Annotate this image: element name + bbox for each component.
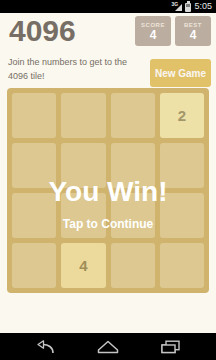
best-value: 4 <box>190 29 197 42</box>
screen: 3G 5:05 4096 SCORE 4 BEST 4 Join the num… <box>0 0 216 360</box>
signal-3g-icon: 3G <box>171 2 182 12</box>
instructions: Join the numbers to get to the4096 tile! <box>8 55 148 83</box>
back-button[interactable] <box>15 333 77 360</box>
android-nav-bar <box>0 333 216 360</box>
instructions-line2: 4096 tile! <box>8 71 45 81</box>
best-box: BEST 4 <box>175 16 211 46</box>
recents-button[interactable] <box>139 333 201 360</box>
win-subtitle: Tap to Continue <box>63 217 153 231</box>
home-icon <box>97 340 119 354</box>
win-title: You Win! <box>49 176 168 208</box>
score-panel: SCORE 4 BEST 4 <box>135 16 211 46</box>
recents-icon <box>159 340 181 354</box>
home-button[interactable] <box>77 333 139 360</box>
score-value: 4 <box>150 29 157 42</box>
board: 24 You Win! Tap to Continue <box>7 88 209 293</box>
page-title: 4096 <box>9 14 76 48</box>
status-bar: 3G 5:05 <box>0 0 216 13</box>
score-box: SCORE 4 <box>135 16 171 46</box>
clock: 5:05 <box>194 0 212 13</box>
back-icon <box>35 340 57 354</box>
instructions-line1: Join the numbers to get to the <box>8 57 127 67</box>
win-overlay[interactable]: You Win! Tap to Continue <box>7 88 209 293</box>
battery-icon <box>185 3 191 12</box>
new-game-button[interactable]: New Game <box>150 59 211 87</box>
